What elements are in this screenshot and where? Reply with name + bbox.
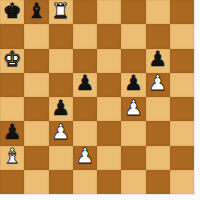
square-f8[interactable] [121, 0, 145, 24]
square-c1[interactable] [49, 170, 73, 194]
square-g3[interactable] [146, 121, 170, 145]
square-a5[interactable] [0, 73, 24, 97]
square-a4[interactable] [0, 97, 24, 121]
square-e7[interactable] [97, 24, 121, 48]
piece-white-pawn[interactable]: ♟ [148, 73, 167, 94]
piece-black-pawn[interactable]: ♟ [51, 98, 70, 119]
square-e3[interactable] [97, 121, 121, 145]
square-h5[interactable] [170, 73, 194, 97]
square-c2[interactable] [49, 146, 73, 170]
square-h6[interactable] [170, 49, 194, 73]
square-e5[interactable] [97, 73, 121, 97]
square-b1[interactable] [24, 170, 48, 194]
piece-black-pawn[interactable]: ♟ [3, 122, 22, 143]
board-bottom-margin [0, 195, 195, 200]
square-g7[interactable] [146, 24, 170, 48]
piece-black-king[interactable]: ♚ [3, 1, 22, 22]
piece-black-pawn[interactable]: ♟ [124, 73, 143, 94]
square-a6[interactable]: ♚ [0, 49, 24, 73]
square-h7[interactable] [170, 24, 194, 48]
square-f3[interactable] [121, 121, 145, 145]
square-a7[interactable] [0, 24, 24, 48]
square-f5[interactable]: ♟ [121, 73, 145, 97]
piece-white-pawn[interactable]: ♟ [124, 98, 143, 119]
square-d6[interactable] [73, 49, 97, 73]
square-h1[interactable] [170, 170, 194, 194]
piece-white-rook[interactable]: ♜ [51, 1, 70, 22]
square-b3[interactable] [24, 121, 48, 145]
page-background: ♚♝♜♚♟♟♟♟♟♟♟♟♝♟ [0, 0, 200, 200]
piece-black-pawn[interactable]: ♟ [75, 73, 94, 94]
square-c5[interactable] [49, 73, 73, 97]
square-f2[interactable] [121, 146, 145, 170]
square-d5[interactable]: ♟ [73, 73, 97, 97]
piece-white-bishop[interactable]: ♝ [3, 146, 22, 167]
square-a3[interactable]: ♟ [0, 121, 24, 145]
square-h8[interactable] [170, 0, 194, 24]
square-d4[interactable] [73, 97, 97, 121]
square-a8[interactable]: ♚ [0, 0, 24, 24]
chess-board: ♚♝♜♚♟♟♟♟♟♟♟♟♝♟ [0, 0, 195, 195]
square-d8[interactable] [73, 0, 97, 24]
square-h3[interactable] [170, 121, 194, 145]
square-g4[interactable] [146, 97, 170, 121]
square-e6[interactable] [97, 49, 121, 73]
square-f7[interactable] [121, 24, 145, 48]
square-c7[interactable] [49, 24, 73, 48]
square-b2[interactable] [24, 146, 48, 170]
square-h4[interactable] [170, 97, 194, 121]
piece-white-pawn[interactable]: ♟ [51, 122, 70, 143]
board-right-margin [195, 0, 200, 200]
square-g1[interactable] [146, 170, 170, 194]
square-d3[interactable] [73, 121, 97, 145]
square-f6[interactable] [121, 49, 145, 73]
square-b7[interactable] [24, 24, 48, 48]
square-e8[interactable] [97, 0, 121, 24]
square-b8[interactable]: ♝ [24, 0, 48, 24]
square-c8[interactable]: ♜ [49, 0, 73, 24]
square-f4[interactable]: ♟ [121, 97, 145, 121]
piece-white-pawn[interactable]: ♟ [75, 146, 94, 167]
square-g6[interactable]: ♟ [146, 49, 170, 73]
square-e1[interactable] [97, 170, 121, 194]
square-c6[interactable] [49, 49, 73, 73]
square-g8[interactable] [146, 0, 170, 24]
square-e4[interactable] [97, 97, 121, 121]
square-d7[interactable] [73, 24, 97, 48]
square-g5[interactable]: ♟ [146, 73, 170, 97]
square-h2[interactable] [170, 146, 194, 170]
square-c4[interactable]: ♟ [49, 97, 73, 121]
piece-black-bishop[interactable]: ♝ [27, 1, 46, 22]
square-a1[interactable] [0, 170, 24, 194]
square-b5[interactable] [24, 73, 48, 97]
piece-white-king[interactable]: ♚ [3, 49, 22, 70]
square-f1[interactable] [121, 170, 145, 194]
square-e2[interactable] [97, 146, 121, 170]
square-g2[interactable] [146, 146, 170, 170]
square-d2[interactable]: ♟ [73, 146, 97, 170]
square-b4[interactable] [24, 97, 48, 121]
piece-black-pawn[interactable]: ♟ [148, 49, 167, 70]
square-c3[interactable]: ♟ [49, 121, 73, 145]
square-a2[interactable]: ♝ [0, 146, 24, 170]
square-b6[interactable] [24, 49, 48, 73]
square-d1[interactable] [73, 170, 97, 194]
